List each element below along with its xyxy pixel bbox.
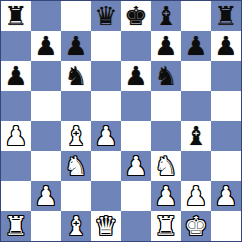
piece-black-pawn: ♟ — [184, 31, 207, 61]
square-d7[interactable] — [91, 31, 121, 61]
square-h8[interactable]: ♜ — [211, 1, 241, 31]
square-h4[interactable] — [211, 121, 241, 151]
square-c4[interactable]: ♝ — [61, 121, 91, 151]
square-g5[interactable] — [181, 91, 211, 121]
piece-black-bishop: ♝ — [154, 1, 177, 31]
square-e2[interactable] — [121, 181, 151, 211]
square-a6[interactable]: ♟ — [1, 61, 31, 91]
piece-white-queen: ♛ — [94, 211, 117, 241]
square-d3[interactable] — [91, 151, 121, 181]
square-b7[interactable]: ♟ — [31, 31, 61, 61]
piece-black-knight: ♞ — [64, 61, 87, 91]
piece-white-rook: ♜ — [4, 211, 27, 241]
square-e1[interactable] — [121, 211, 151, 241]
square-b3[interactable] — [31, 151, 61, 181]
square-a7[interactable] — [1, 31, 31, 61]
piece-black-pawn: ♟ — [64, 31, 87, 61]
square-e7[interactable] — [121, 31, 151, 61]
piece-black-rook: ♜ — [214, 1, 237, 31]
piece-white-knight: ♞ — [64, 151, 87, 181]
square-b8[interactable] — [31, 1, 61, 31]
square-h5[interactable] — [211, 91, 241, 121]
piece-white-pawn: ♟ — [4, 121, 27, 151]
square-e6[interactable]: ♟ — [121, 61, 151, 91]
piece-black-pawn: ♟ — [124, 61, 147, 91]
square-d4[interactable]: ♟ — [91, 121, 121, 151]
square-f1[interactable]: ♜ — [151, 211, 181, 241]
square-a2[interactable] — [1, 181, 31, 211]
square-b1[interactable] — [31, 211, 61, 241]
square-d1[interactable]: ♛ — [91, 211, 121, 241]
square-e4[interactable] — [121, 121, 151, 151]
square-h1[interactable] — [211, 211, 241, 241]
piece-black-pawn: ♟ — [4, 61, 27, 91]
square-c7[interactable]: ♟ — [61, 31, 91, 61]
square-b6[interactable] — [31, 61, 61, 91]
square-d5[interactable] — [91, 91, 121, 121]
square-g7[interactable]: ♟ — [181, 31, 211, 61]
square-h7[interactable]: ♟ — [211, 31, 241, 61]
square-d2[interactable] — [91, 181, 121, 211]
square-g8[interactable] — [181, 1, 211, 31]
square-d6[interactable] — [91, 61, 121, 91]
square-c3[interactable]: ♞ — [61, 151, 91, 181]
square-b4[interactable] — [31, 121, 61, 151]
square-c1[interactable]: ♝ — [61, 211, 91, 241]
square-a3[interactable] — [1, 151, 31, 181]
square-f7[interactable]: ♟ — [151, 31, 181, 61]
piece-black-bishop: ♝ — [184, 121, 207, 151]
piece-white-pawn: ♟ — [214, 181, 237, 211]
piece-black-pawn: ♟ — [34, 31, 57, 61]
square-a4[interactable]: ♟ — [1, 121, 31, 151]
square-a1[interactable]: ♜ — [1, 211, 31, 241]
square-h6[interactable] — [211, 61, 241, 91]
piece-white-pawn: ♟ — [154, 181, 177, 211]
square-c8[interactable] — [61, 1, 91, 31]
piece-white-pawn: ♟ — [184, 181, 207, 211]
chess-board: ♜♛♚♝♜♟♟♟♟♟♟♞♟♞♟♝♟♝♞♟♞♟♟♟♟♜♝♛♜♚ — [1, 1, 241, 241]
square-g2[interactable]: ♟ — [181, 181, 211, 211]
piece-white-bishop: ♝ — [64, 211, 87, 241]
piece-white-rook: ♜ — [154, 211, 177, 241]
square-g3[interactable] — [181, 151, 211, 181]
piece-white-pawn: ♟ — [94, 121, 117, 151]
piece-black-pawn: ♟ — [154, 31, 177, 61]
piece-black-knight: ♞ — [154, 61, 177, 91]
square-e3[interactable]: ♟ — [121, 151, 151, 181]
square-d8[interactable]: ♛ — [91, 1, 121, 31]
square-h2[interactable]: ♟ — [211, 181, 241, 211]
square-c5[interactable] — [61, 91, 91, 121]
piece-white-king: ♚ — [184, 211, 207, 241]
piece-white-pawn: ♟ — [124, 151, 147, 181]
square-g1[interactable]: ♚ — [181, 211, 211, 241]
piece-black-king: ♚ — [124, 1, 147, 31]
piece-white-pawn: ♟ — [34, 181, 57, 211]
piece-white-knight: ♞ — [154, 151, 177, 181]
square-g4[interactable]: ♝ — [181, 121, 211, 151]
square-f8[interactable]: ♝ — [151, 1, 181, 31]
square-e8[interactable]: ♚ — [121, 1, 151, 31]
square-f5[interactable] — [151, 91, 181, 121]
square-b2[interactable]: ♟ — [31, 181, 61, 211]
piece-black-queen: ♛ — [94, 1, 117, 31]
square-h3[interactable] — [211, 151, 241, 181]
square-e5[interactable] — [121, 91, 151, 121]
square-c6[interactable]: ♞ — [61, 61, 91, 91]
piece-black-pawn: ♟ — [214, 31, 237, 61]
chess-board-frame: ♜♛♚♝♜♟♟♟♟♟♟♞♟♞♟♝♟♝♞♟♞♟♟♟♟♜♝♛♜♚ — [0, 0, 242, 242]
square-f6[interactable]: ♞ — [151, 61, 181, 91]
square-b5[interactable] — [31, 91, 61, 121]
square-c2[interactable] — [61, 181, 91, 211]
piece-black-rook: ♜ — [4, 1, 27, 31]
square-f2[interactable]: ♟ — [151, 181, 181, 211]
square-g6[interactable] — [181, 61, 211, 91]
piece-white-bishop: ♝ — [64, 121, 87, 151]
square-a8[interactable]: ♜ — [1, 1, 31, 31]
square-f4[interactable] — [151, 121, 181, 151]
square-f3[interactable]: ♞ — [151, 151, 181, 181]
square-a5[interactable] — [1, 91, 31, 121]
